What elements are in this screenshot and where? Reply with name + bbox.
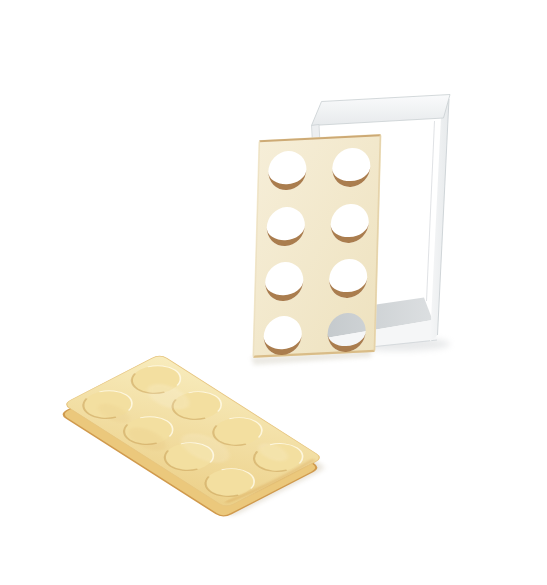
product-photo	[0, 0, 547, 585]
cutter-right-band	[430, 99, 449, 342]
cutter-top-band	[312, 95, 451, 126]
cutter-right-inner-edge	[427, 121, 435, 301]
brick-cookie	[60, 354, 327, 518]
scene-svg	[0, 0, 547, 585]
